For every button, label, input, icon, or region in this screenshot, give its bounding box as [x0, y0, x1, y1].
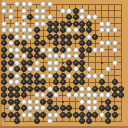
white-stone[interactable]: [92, 92, 98, 98]
black-stone[interactable]: [40, 112, 46, 118]
white-stone[interactable]: [34, 99, 40, 105]
black-stone[interactable]: [66, 86, 72, 92]
white-stone[interactable]: [47, 53, 53, 59]
black-stone[interactable]: [1, 47, 7, 53]
black-stone[interactable]: [66, 34, 72, 40]
black-stone[interactable]: [47, 99, 53, 105]
white-stone[interactable]: [86, 34, 92, 40]
go-app: [0, 0, 128, 128]
black-stone[interactable]: [34, 47, 40, 53]
black-stone[interactable]: [53, 27, 59, 33]
black-stone[interactable]: [79, 105, 85, 111]
white-stone[interactable]: [73, 53, 79, 59]
white-stone[interactable]: [21, 112, 27, 118]
black-stone[interactable]: [21, 60, 27, 66]
black-stone[interactable]: [99, 79, 105, 85]
black-stone[interactable]: [73, 34, 79, 40]
black-stone[interactable]: [40, 99, 46, 105]
black-stone[interactable]: [47, 21, 53, 27]
black-stone[interactable]: [73, 8, 79, 14]
black-stone[interactable]: [60, 66, 66, 72]
black-stone[interactable]: [53, 34, 59, 40]
black-stone[interactable]: [1, 40, 7, 46]
black-stone[interactable]: [60, 40, 66, 46]
black-stone[interactable]: [27, 79, 33, 85]
white-stone[interactable]: [47, 66, 53, 72]
black-stone[interactable]: [47, 105, 53, 111]
white-stone[interactable]: [40, 8, 46, 14]
black-stone[interactable]: [53, 47, 59, 53]
black-stone[interactable]: [8, 92, 14, 98]
black-stone[interactable]: [1, 79, 7, 85]
black-stone[interactable]: [1, 92, 7, 98]
black-stone[interactable]: [34, 79, 40, 85]
black-stone[interactable]: [79, 21, 85, 27]
black-stone[interactable]: [34, 34, 40, 40]
black-stone[interactable]: [79, 34, 85, 40]
white-stone[interactable]: [47, 14, 53, 20]
black-stone[interactable]: [112, 112, 118, 118]
black-stone[interactable]: [27, 14, 33, 20]
white-stone[interactable]: [86, 105, 92, 111]
white-stone[interactable]: [53, 53, 59, 59]
black-stone[interactable]: [86, 47, 92, 53]
black-stone[interactable]: [1, 112, 7, 118]
white-stone[interactable]: [47, 1, 53, 7]
white-stone[interactable]: [73, 92, 79, 98]
black-stone[interactable]: [34, 112, 40, 118]
white-stone[interactable]: [8, 47, 14, 53]
black-stone[interactable]: [112, 92, 118, 98]
black-stone[interactable]: [27, 73, 33, 79]
black-stone[interactable]: [60, 112, 66, 118]
black-stone[interactable]: [14, 92, 20, 98]
black-stone[interactable]: [1, 53, 7, 59]
black-stone[interactable]: [118, 92, 124, 98]
black-stone[interactable]: [27, 60, 33, 66]
black-stone[interactable]: [8, 86, 14, 92]
white-stone[interactable]: [1, 1, 7, 7]
white-stone[interactable]: [66, 73, 72, 79]
white-stone[interactable]: [14, 79, 20, 85]
black-stone[interactable]: [86, 118, 92, 124]
white-stone[interactable]: [92, 47, 98, 53]
white-stone[interactable]: [66, 27, 72, 33]
black-stone[interactable]: [60, 73, 66, 79]
black-stone[interactable]: [27, 86, 33, 92]
black-stone[interactable]: [73, 79, 79, 85]
black-stone[interactable]: [73, 60, 79, 66]
black-stone[interactable]: [53, 105, 59, 111]
white-stone[interactable]: [73, 27, 79, 33]
black-stone[interactable]: [66, 21, 72, 27]
black-stone[interactable]: [1, 73, 7, 79]
black-stone[interactable]: [14, 99, 20, 105]
white-stone[interactable]: [8, 66, 14, 72]
white-stone[interactable]: [66, 92, 72, 98]
white-stone[interactable]: [66, 47, 72, 53]
white-stone[interactable]: [40, 1, 46, 7]
black-stone[interactable]: [21, 86, 27, 92]
white-stone[interactable]: [92, 99, 98, 105]
black-stone[interactable]: [53, 86, 59, 92]
white-stone[interactable]: [27, 34, 33, 40]
black-stone[interactable]: [34, 27, 40, 33]
black-stone[interactable]: [79, 112, 85, 118]
black-stone[interactable]: [21, 40, 27, 46]
white-stone[interactable]: [21, 1, 27, 7]
white-stone[interactable]: [34, 8, 40, 14]
black-stone[interactable]: [79, 79, 85, 85]
black-stone[interactable]: [73, 14, 79, 20]
black-stone[interactable]: [79, 73, 85, 79]
black-stone[interactable]: [21, 79, 27, 85]
black-stone[interactable]: [21, 73, 27, 79]
black-stone[interactable]: [8, 60, 14, 66]
white-stone[interactable]: [8, 27, 14, 33]
black-stone[interactable]: [105, 112, 111, 118]
white-stone[interactable]: [99, 92, 105, 98]
white-stone[interactable]: [40, 21, 46, 27]
black-stone[interactable]: [73, 112, 79, 118]
black-stone[interactable]: [53, 73, 59, 79]
white-stone[interactable]: [86, 14, 92, 20]
black-stone[interactable]: [40, 53, 46, 59]
white-stone[interactable]: [99, 27, 105, 33]
black-stone[interactable]: [86, 21, 92, 27]
white-stone[interactable]: [21, 99, 27, 105]
hoshi-point: [101, 62, 103, 64]
white-stone[interactable]: [14, 1, 20, 7]
white-stone[interactable]: [79, 8, 85, 14]
black-stone[interactable]: [1, 99, 7, 105]
white-stone[interactable]: [27, 112, 33, 118]
white-stone[interactable]: [112, 40, 118, 46]
black-stone[interactable]: [112, 86, 118, 92]
white-stone[interactable]: [60, 53, 66, 59]
white-stone[interactable]: [34, 105, 40, 111]
black-stone[interactable]: [118, 86, 124, 92]
black-stone[interactable]: [47, 92, 53, 98]
white-stone[interactable]: [14, 34, 20, 40]
white-stone[interactable]: [112, 60, 118, 66]
black-stone[interactable]: [99, 86, 105, 92]
white-stone[interactable]: [60, 8, 66, 14]
hoshi-point: [101, 101, 103, 103]
black-stone[interactable]: [34, 53, 40, 59]
white-stone[interactable]: [47, 86, 53, 92]
white-stone[interactable]: [47, 118, 53, 124]
white-stone[interactable]: [86, 73, 92, 79]
white-stone[interactable]: [21, 8, 27, 14]
white-stone[interactable]: [40, 14, 46, 20]
white-stone[interactable]: [105, 92, 111, 98]
black-stone[interactable]: [1, 34, 7, 40]
white-stone[interactable]: [79, 99, 85, 105]
black-stone[interactable]: [66, 40, 72, 46]
go-board[interactable]: [0, 0, 128, 128]
white-stone[interactable]: [34, 21, 40, 27]
black-stone[interactable]: [112, 105, 118, 111]
white-stone[interactable]: [99, 47, 105, 53]
white-stone[interactable]: [40, 47, 46, 53]
white-stone[interactable]: [105, 66, 111, 72]
black-stone[interactable]: [1, 66, 7, 72]
white-stone[interactable]: [99, 21, 105, 27]
black-stone[interactable]: [73, 86, 79, 92]
white-stone[interactable]: [47, 47, 53, 53]
black-stone[interactable]: [92, 112, 98, 118]
black-stone[interactable]: [66, 105, 72, 111]
hoshi-point: [62, 101, 64, 103]
white-stone[interactable]: [1, 21, 7, 27]
black-stone[interactable]: [73, 73, 79, 79]
white-stone[interactable]: [92, 14, 98, 20]
black-stone[interactable]: [34, 40, 40, 46]
black-stone[interactable]: [79, 27, 85, 33]
black-stone[interactable]: [1, 86, 7, 92]
white-stone[interactable]: [27, 27, 33, 33]
white-stone[interactable]: [105, 27, 111, 33]
black-stone[interactable]: [14, 40, 20, 46]
white-stone[interactable]: [34, 60, 40, 66]
white-stone[interactable]: [14, 53, 20, 59]
white-stone[interactable]: [73, 66, 79, 72]
black-stone[interactable]: [21, 105, 27, 111]
black-stone[interactable]: [99, 105, 105, 111]
black-stone[interactable]: [60, 105, 66, 111]
black-stone[interactable]: [14, 66, 20, 72]
white-stone[interactable]: [86, 86, 92, 92]
white-stone[interactable]: [99, 73, 105, 79]
black-stone[interactable]: [105, 118, 111, 124]
black-stone[interactable]: [40, 86, 46, 92]
black-stone[interactable]: [40, 40, 46, 46]
white-stone[interactable]: [105, 40, 111, 46]
white-stone[interactable]: [21, 14, 27, 20]
black-stone[interactable]: [27, 53, 33, 59]
black-stone[interactable]: [8, 34, 14, 40]
black-stone[interactable]: [53, 79, 59, 85]
white-stone[interactable]: [99, 40, 105, 46]
black-stone[interactable]: [40, 66, 46, 72]
black-stone[interactable]: [92, 86, 98, 92]
white-stone[interactable]: [21, 21, 27, 27]
white-stone[interactable]: [14, 60, 20, 66]
black-stone[interactable]: [14, 86, 20, 92]
black-stone[interactable]: [34, 73, 40, 79]
white-stone[interactable]: [27, 105, 33, 111]
white-stone[interactable]: [66, 53, 72, 59]
white-stone[interactable]: [27, 99, 33, 105]
black-stone[interactable]: [60, 34, 66, 40]
black-stone[interactable]: [79, 66, 85, 72]
white-stone[interactable]: [66, 8, 72, 14]
black-stone[interactable]: [27, 47, 33, 53]
black-stone[interactable]: [14, 105, 20, 111]
black-stone[interactable]: [34, 118, 40, 124]
white-stone[interactable]: [34, 14, 40, 20]
black-stone[interactable]: [60, 79, 66, 85]
black-stone[interactable]: [79, 47, 85, 53]
white-stone[interactable]: [47, 112, 53, 118]
black-stone[interactable]: [1, 60, 7, 66]
white-stone[interactable]: [1, 8, 7, 14]
white-stone[interactable]: [8, 79, 14, 85]
white-stone[interactable]: [34, 92, 40, 98]
black-stone[interactable]: [34, 86, 40, 92]
white-stone[interactable]: [86, 66, 92, 72]
black-stone[interactable]: [66, 66, 72, 72]
black-stone[interactable]: [40, 79, 46, 85]
white-stone[interactable]: [40, 105, 46, 111]
black-stone[interactable]: [47, 34, 53, 40]
white-stone[interactable]: [21, 27, 27, 33]
white-stone[interactable]: [99, 112, 105, 118]
black-stone[interactable]: [92, 34, 98, 40]
white-stone[interactable]: [27, 1, 33, 7]
white-stone[interactable]: [21, 34, 27, 40]
white-stone[interactable]: [79, 14, 85, 20]
black-stone[interactable]: [79, 53, 85, 59]
black-stone[interactable]: [60, 27, 66, 33]
black-stone[interactable]: [66, 60, 72, 66]
white-stone[interactable]: [92, 73, 98, 79]
black-stone[interactable]: [60, 47, 66, 53]
black-stone[interactable]: [66, 112, 72, 118]
white-stone[interactable]: [1, 27, 7, 33]
white-stone[interactable]: [40, 73, 46, 79]
white-stone[interactable]: [79, 86, 85, 92]
white-stone[interactable]: [92, 105, 98, 111]
white-stone[interactable]: [53, 60, 59, 66]
white-stone[interactable]: [14, 73, 20, 79]
black-stone[interactable]: [14, 112, 20, 118]
black-stone[interactable]: [8, 99, 14, 105]
black-stone[interactable]: [86, 112, 92, 118]
black-stone[interactable]: [86, 40, 92, 46]
black-stone[interactable]: [60, 21, 66, 27]
black-stone[interactable]: [105, 86, 111, 92]
black-stone[interactable]: [53, 21, 59, 27]
white-stone[interactable]: [14, 27, 20, 33]
black-stone[interactable]: [105, 99, 111, 105]
white-stone[interactable]: [8, 14, 14, 20]
white-stone[interactable]: [53, 92, 59, 98]
white-stone[interactable]: [105, 21, 111, 27]
white-stone[interactable]: [47, 73, 53, 79]
white-stone[interactable]: [8, 8, 14, 14]
white-stone[interactable]: [40, 92, 46, 98]
black-stone[interactable]: [8, 53, 14, 59]
black-stone[interactable]: [79, 60, 85, 66]
white-stone[interactable]: [34, 66, 40, 72]
white-stone[interactable]: [47, 60, 53, 66]
black-stone[interactable]: [66, 14, 72, 20]
white-stone[interactable]: [53, 112, 59, 118]
black-stone[interactable]: [21, 92, 27, 98]
white-stone[interactable]: [112, 27, 118, 33]
black-stone[interactable]: [86, 27, 92, 33]
black-stone[interactable]: [73, 21, 79, 27]
black-stone[interactable]: [47, 27, 53, 33]
white-stone[interactable]: [86, 92, 92, 98]
white-stone[interactable]: [14, 47, 20, 53]
black-stone[interactable]: [79, 118, 85, 124]
black-stone[interactable]: [21, 66, 27, 72]
white-stone[interactable]: [8, 40, 14, 46]
black-stone[interactable]: [112, 79, 118, 85]
black-stone[interactable]: [79, 40, 85, 46]
black-stone[interactable]: [14, 118, 20, 124]
black-stone[interactable]: [8, 73, 14, 79]
black-stone[interactable]: [53, 40, 59, 46]
white-stone[interactable]: [73, 47, 79, 53]
white-stone[interactable]: [21, 53, 27, 59]
white-stone[interactable]: [53, 66, 59, 72]
white-stone[interactable]: [27, 66, 33, 72]
white-stone[interactable]: [112, 47, 118, 53]
white-stone[interactable]: [86, 99, 92, 105]
black-stone[interactable]: [8, 112, 14, 118]
white-stone[interactable]: [8, 105, 14, 111]
black-stone[interactable]: [105, 105, 111, 111]
hoshi-point: [62, 62, 64, 64]
black-stone[interactable]: [60, 86, 66, 92]
black-stone[interactable]: [21, 47, 27, 53]
white-stone[interactable]: [79, 92, 85, 98]
white-stone[interactable]: [14, 21, 20, 27]
